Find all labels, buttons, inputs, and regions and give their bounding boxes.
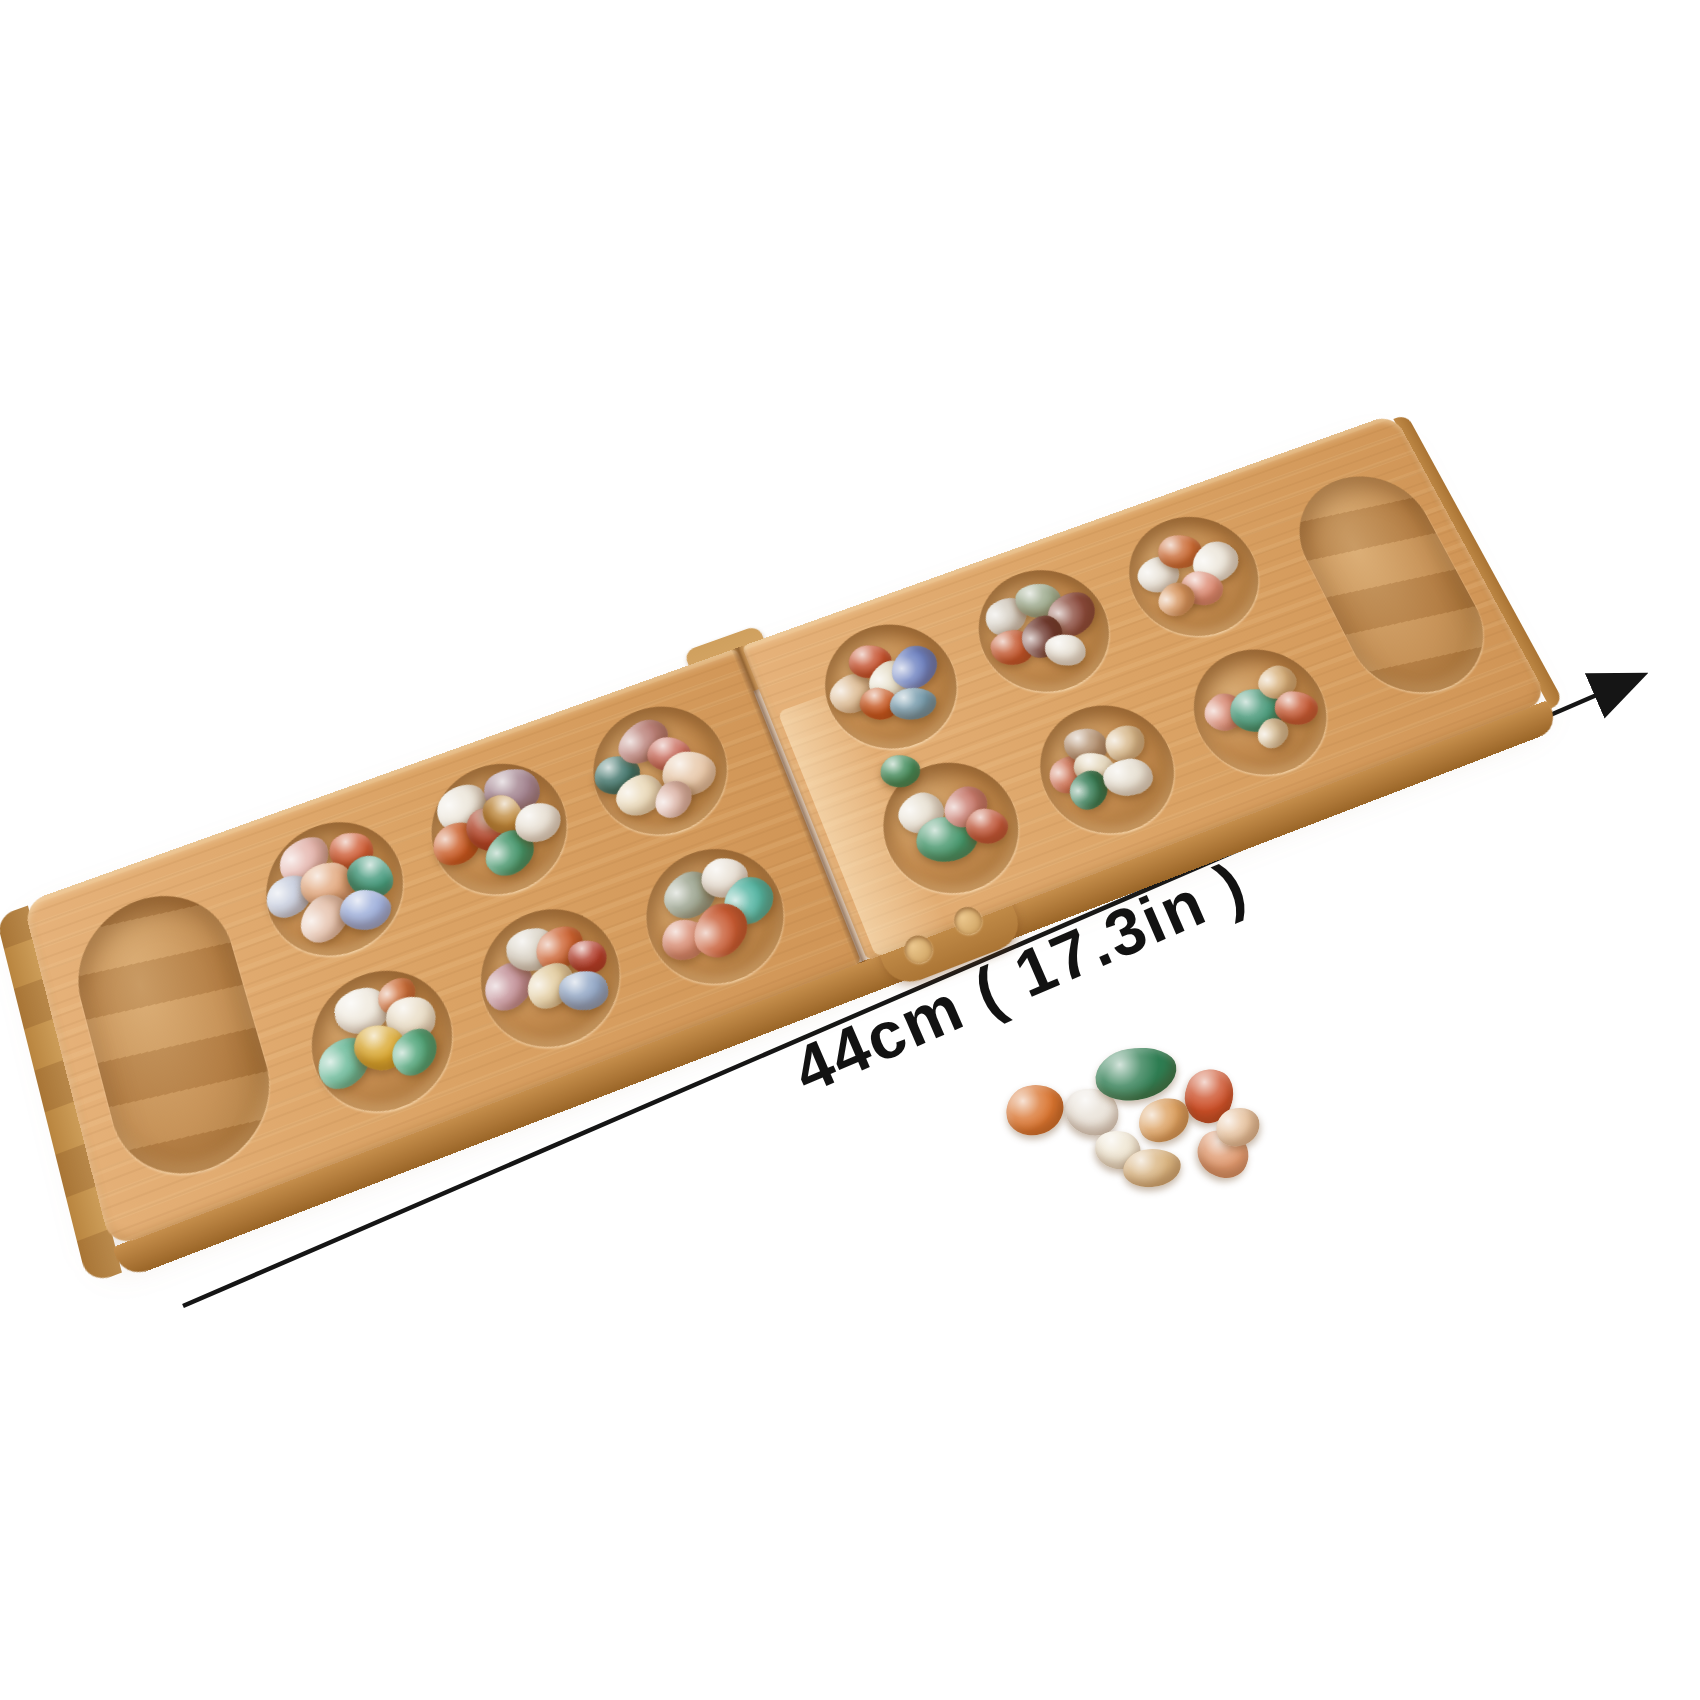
stone	[558, 971, 608, 1011]
stone	[1212, 1103, 1264, 1151]
stone	[1092, 1043, 1180, 1106]
stone	[1122, 1147, 1183, 1189]
stone	[1002, 1080, 1068, 1139]
stone	[1132, 1091, 1196, 1149]
stone	[1190, 1122, 1256, 1185]
stone	[1178, 1063, 1240, 1129]
stone	[1060, 1083, 1124, 1141]
stone	[1092, 1127, 1144, 1172]
product-photo-canvas: 44cm ( 17.3in )	[0, 0, 1700, 1700]
